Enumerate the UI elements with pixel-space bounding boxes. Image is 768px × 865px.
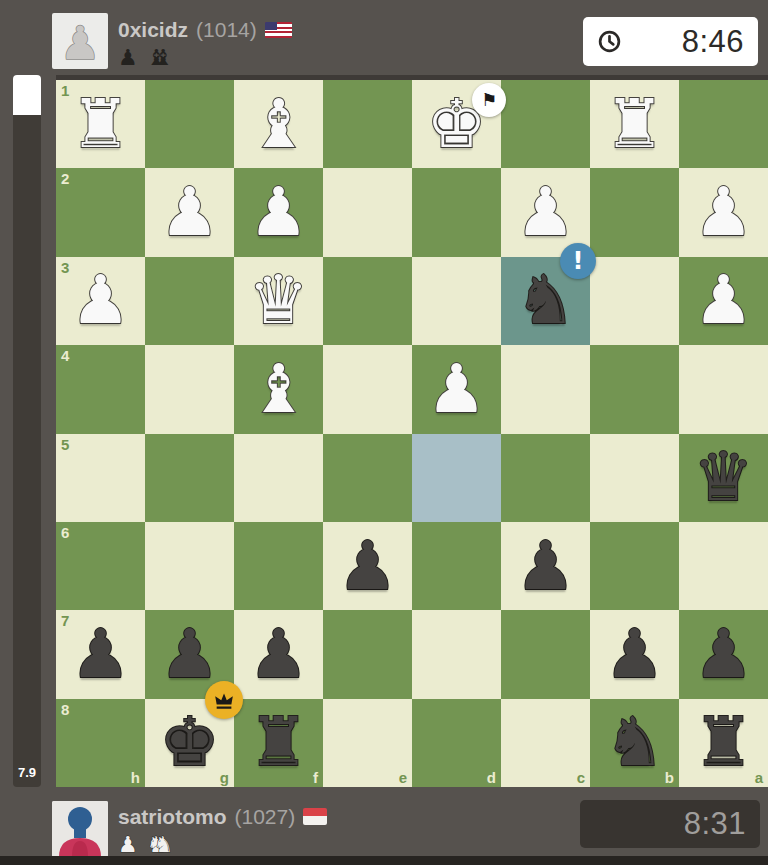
square-f1[interactable]: ♝ [234,80,323,168]
opponent-rating: (1014) [196,18,257,42]
great-move-badge: ! [560,243,596,279]
white-rook-h1[interactable]: ♜ [56,80,145,168]
player-time: 8:31 [684,806,760,842]
white-pawn-h3[interactable]: ♟ [56,257,145,345]
white-pawn-a2[interactable]: ♟ [679,168,768,256]
rank-label-4: 4 [61,347,69,364]
square-d5[interactable] [412,434,501,522]
opponent-time: 8:46 [682,24,758,60]
black-pawn-f7[interactable]: ♟ [234,610,323,698]
square-f3[interactable]: ♛ [234,257,323,345]
square-c6[interactable]: ♟ [501,522,590,610]
square-e5[interactable] [323,434,412,522]
square-d6[interactable] [412,522,501,610]
chess-game-screen: ♟ 0xicidz (1014) ♟♝♝ 8:46 7.9 1♜♝♚♜2♟♟♟♟… [0,0,768,865]
square-a4[interactable] [679,345,768,433]
captured-knights: ♞♞ [147,834,173,856]
opponent-avatar[interactable]: ♟ [52,13,108,69]
black-pawn-h7[interactable]: ♟ [56,610,145,698]
white-rook-b1[interactable]: ♜ [590,80,679,168]
square-b2[interactable] [590,168,679,256]
file-label-h: h [131,769,140,786]
square-c4[interactable] [501,345,590,433]
rank-label-8: 8 [61,701,69,718]
square-e6[interactable]: ♟ [323,522,412,610]
square-g5[interactable] [145,434,234,522]
black-rook-a8[interactable]: ♜ [679,699,768,787]
square-e7[interactable] [323,610,412,698]
white-bishop-f1[interactable]: ♝ [234,80,323,168]
black-pawn-b7[interactable]: ♟ [590,610,679,698]
player-clock: 8:31 [580,800,760,848]
evaluation-bar: 7.9 [13,75,41,787]
square-d7[interactable] [412,610,501,698]
square-e2[interactable] [323,168,412,256]
file-label-e: e [399,769,407,786]
captured-pawn: ♟ [118,47,138,69]
square-h3[interactable]: 3♟ [56,257,145,345]
square-a5[interactable]: ♛ [679,434,768,522]
evaluation-white-segment [13,75,41,115]
square-c7[interactable] [501,610,590,698]
black-queen-a5[interactable]: ♛ [679,434,768,522]
white-pawn-avatar-icon: ♟ [59,20,100,66]
flag-badge: ⚑ [472,83,506,117]
player-username[interactable]: satriotomo [118,805,227,829]
file-label-d: d [487,769,496,786]
opponent-clock: 8:46 [583,17,758,66]
square-b8[interactable]: b♞ [590,699,679,787]
square-a8[interactable]: a♜ [679,699,768,787]
square-b5[interactable] [590,434,679,522]
evaluation-score: 7.9 [13,765,41,780]
black-knight-b8[interactable]: ♞ [590,699,679,787]
square-d2[interactable] [412,168,501,256]
square-h2[interactable]: 2 [56,168,145,256]
square-f4[interactable]: ♝ [234,345,323,433]
square-b3[interactable] [590,257,679,345]
black-pawn-a7[interactable]: ♟ [679,610,768,698]
square-a7[interactable]: ♟ [679,610,768,698]
square-h7[interactable]: 7♟ [56,610,145,698]
person-avatar-icon [52,801,108,857]
square-h4[interactable]: 4 [56,345,145,433]
rank-label-6: 6 [61,524,69,541]
white-bishop-f4[interactable]: ♝ [234,345,323,433]
square-a3[interactable]: ♟ [679,257,768,345]
square-f5[interactable] [234,434,323,522]
captured-pawn: ♟ [118,834,138,856]
rank-label-2: 2 [61,170,69,187]
rank-label-5: 5 [61,436,69,453]
square-g2[interactable]: ♟ [145,168,234,256]
square-d3[interactable] [412,257,501,345]
square-g1[interactable] [145,80,234,168]
square-e4[interactable] [323,345,412,433]
square-g3[interactable] [145,257,234,345]
file-label-c: c [577,769,585,786]
square-g6[interactable] [145,522,234,610]
square-h5[interactable]: 5 [56,434,145,522]
captured-bishops: ♝♝ [147,47,173,69]
black-rook-f8[interactable]: ♜ [234,699,323,787]
white-queen-f3[interactable]: ♛ [234,257,323,345]
bottom-edge-strip [0,856,768,865]
square-e1[interactable] [323,80,412,168]
indonesia-flag-icon [303,808,327,825]
clock-icon [597,29,622,54]
opponent-username[interactable]: 0xicidz [118,18,188,42]
square-e8[interactable]: e [323,699,412,787]
square-g4[interactable] [145,345,234,433]
square-a2[interactable]: ♟ [679,168,768,256]
square-h8[interactable]: 8h [56,699,145,787]
winner-crown-badge [205,681,243,719]
square-f2[interactable]: ♟ [234,168,323,256]
white-pawn-a3[interactable]: ♟ [679,257,768,345]
player-captured-tray: ♟♞♞ [118,833,327,857]
square-f8[interactable]: f♜ [234,699,323,787]
black-pawn-e6[interactable]: ♟ [323,522,412,610]
square-c8[interactable]: c [501,699,590,787]
black-pawn-c6[interactable]: ♟ [501,522,590,610]
player-avatar[interactable] [52,801,108,857]
square-h6[interactable]: 6 [56,522,145,610]
square-h1[interactable]: 1♜ [56,80,145,168]
square-c1[interactable] [501,80,590,168]
square-d8[interactable]: d [412,699,501,787]
square-e3[interactable] [323,257,412,345]
square-b7[interactable]: ♟ [590,610,679,698]
opponent-captured-tray: ♟♝♝ [118,46,292,70]
square-f7[interactable]: ♟ [234,610,323,698]
square-f6[interactable] [234,522,323,610]
square-d4[interactable]: ♟ [412,345,501,433]
square-b4[interactable] [590,345,679,433]
white-pawn-f2[interactable]: ♟ [234,168,323,256]
square-b6[interactable] [590,522,679,610]
square-b1[interactable]: ♜ [590,80,679,168]
white-pawn-d4[interactable]: ♟ [412,345,501,433]
player-rating: (1027) [235,805,296,829]
white-pawn-g2[interactable]: ♟ [145,168,234,256]
square-c5[interactable] [501,434,590,522]
chess-board[interactable]: 1♜♝♚♜2♟♟♟♟3♟♛♞♟4♝♟5♛6♟♟7♟♟♟♟♟8hg♚f♜edcb♞… [56,75,768,787]
us-flag-icon [265,22,292,38]
square-a1[interactable] [679,80,768,168]
square-a6[interactable] [679,522,768,610]
